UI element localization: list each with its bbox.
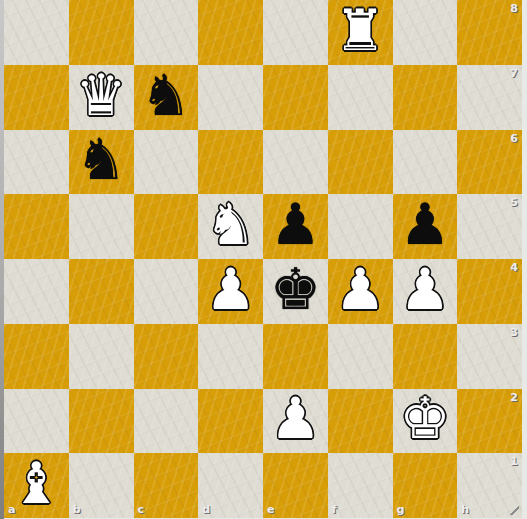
file-label-g: g (397, 504, 405, 515)
square-g7[interactable] (393, 65, 458, 130)
white-rook[interactable]: ♜ (335, 2, 386, 59)
square-b7[interactable]: ♛ (69, 65, 134, 130)
square-a2[interactable] (4, 389, 69, 454)
square-b1[interactable]: b (69, 453, 134, 518)
white-pawn[interactable]: ♟ (399, 261, 450, 318)
black-pawn[interactable]: ♟ (399, 196, 450, 253)
square-e7[interactable] (263, 65, 328, 130)
white-pawn[interactable]: ♟ (270, 390, 321, 447)
file-label-f: f (332, 504, 337, 515)
square-e4[interactable]: ♚ (263, 259, 328, 324)
square-d2[interactable] (198, 389, 263, 454)
square-b6[interactable]: ♞ (69, 130, 134, 195)
file-label-h: h (461, 504, 469, 515)
chess-board[interactable]: ♜8♛♞7♞6♞♟♟5♟♚♟♟43♟♚2♝abcdefg1h (4, 0, 522, 518)
rank-label-1: 1 (510, 456, 518, 467)
square-g6[interactable] (393, 130, 458, 195)
square-a4[interactable] (4, 259, 69, 324)
square-e5[interactable]: ♟ (263, 194, 328, 259)
square-h8[interactable]: 8 (457, 0, 522, 65)
white-pawn[interactable]: ♟ (205, 261, 256, 318)
square-b2[interactable] (69, 389, 134, 454)
square-c2[interactable] (134, 389, 199, 454)
rank-label-4: 4 (510, 262, 518, 273)
square-d6[interactable] (198, 130, 263, 195)
square-f4[interactable]: ♟ (328, 259, 393, 324)
square-a8[interactable] (4, 0, 69, 65)
black-pawn[interactable]: ♟ (270, 196, 321, 253)
white-knight[interactable]: ♞ (205, 196, 256, 253)
square-d3[interactable] (198, 324, 263, 389)
square-g3[interactable] (393, 324, 458, 389)
black-knight[interactable]: ♞ (140, 67, 191, 124)
square-h3[interactable]: 3 (457, 324, 522, 389)
page: ♜8♛♞7♞6♞♟♟5♟♚♟♟43♟♚2♝abcdefg1h (0, 0, 527, 519)
square-c6[interactable] (134, 130, 199, 195)
square-c3[interactable] (134, 324, 199, 389)
white-king[interactable]: ♚ (399, 390, 450, 447)
square-e2[interactable]: ♟ (263, 389, 328, 454)
square-d8[interactable] (198, 0, 263, 65)
square-c5[interactable] (134, 194, 199, 259)
square-e6[interactable] (263, 130, 328, 195)
square-g1[interactable]: g (393, 453, 458, 518)
square-g4[interactable]: ♟ (393, 259, 458, 324)
square-f8[interactable]: ♜ (328, 0, 393, 65)
file-label-e: e (267, 504, 274, 515)
square-b8[interactable] (69, 0, 134, 65)
square-b5[interactable] (69, 194, 134, 259)
square-c8[interactable] (134, 0, 199, 65)
square-f2[interactable] (328, 389, 393, 454)
square-h7[interactable]: 7 (457, 65, 522, 130)
file-label-b: b (73, 504, 81, 515)
square-d7[interactable] (198, 65, 263, 130)
square-h1[interactable]: 1h (457, 453, 522, 518)
square-c7[interactable]: ♞ (134, 65, 199, 130)
square-g5[interactable]: ♟ (393, 194, 458, 259)
white-pawn[interactable]: ♟ (335, 261, 386, 318)
rank-label-7: 7 (510, 68, 518, 79)
square-a6[interactable] (4, 130, 69, 195)
square-f5[interactable] (328, 194, 393, 259)
black-knight[interactable]: ♞ (76, 131, 127, 188)
square-g2[interactable]: ♚ (393, 389, 458, 454)
square-g8[interactable] (393, 0, 458, 65)
file-label-c: c (138, 504, 145, 515)
square-f3[interactable] (328, 324, 393, 389)
rank-label-8: 8 (510, 3, 518, 14)
square-e8[interactable] (263, 0, 328, 65)
square-d4[interactable]: ♟ (198, 259, 263, 324)
square-f1[interactable]: f (328, 453, 393, 518)
square-c4[interactable] (134, 259, 199, 324)
square-d5[interactable]: ♞ (198, 194, 263, 259)
square-h5[interactable]: 5 (457, 194, 522, 259)
rank-label-5: 5 (510, 197, 518, 208)
square-f7[interactable] (328, 65, 393, 130)
rank-label-3: 3 (510, 327, 518, 338)
file-label-d: d (202, 504, 210, 515)
page-background-right (522, 0, 527, 519)
square-e1[interactable]: e (263, 453, 328, 518)
square-a7[interactable] (4, 65, 69, 130)
rank-label-2: 2 (510, 392, 518, 403)
black-king[interactable]: ♚ (270, 261, 321, 318)
square-b3[interactable] (69, 324, 134, 389)
white-queen[interactable]: ♛ (76, 67, 127, 124)
square-f6[interactable] (328, 130, 393, 195)
square-h6[interactable]: 6 (457, 130, 522, 195)
square-e3[interactable] (263, 324, 328, 389)
rank-label-6: 6 (510, 133, 518, 144)
square-a5[interactable] (4, 194, 69, 259)
square-c1[interactable]: c (134, 453, 199, 518)
square-d1[interactable]: d (198, 453, 263, 518)
square-a3[interactable] (4, 324, 69, 389)
square-h2[interactable]: 2 (457, 389, 522, 454)
square-a1[interactable]: ♝a (4, 453, 69, 518)
white-bishop[interactable]: ♝ (11, 455, 62, 512)
square-b4[interactable] (69, 259, 134, 324)
square-h4[interactable]: 4 (457, 259, 522, 324)
